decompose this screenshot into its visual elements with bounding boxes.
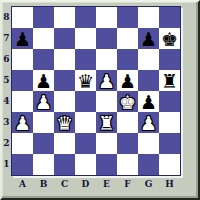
square-d1[interactable]	[75, 154, 96, 175]
square-h2[interactable]	[159, 133, 180, 154]
rank-label-5: 5	[2, 70, 11, 91]
square-d7[interactable]	[75, 28, 96, 49]
square-e7[interactable]	[96, 28, 117, 49]
piece-black-pawn[interactable]: ♟	[12, 28, 33, 49]
piece-white-king[interactable]: ♚	[117, 91, 138, 112]
square-c1[interactable]	[54, 154, 75, 175]
square-h6[interactable]	[159, 49, 180, 70]
rank-label-2: 2	[2, 133, 11, 154]
square-a1[interactable]	[12, 154, 33, 175]
square-f3[interactable]	[117, 112, 138, 133]
square-b4[interactable]: ♟	[33, 91, 54, 112]
piece-black-pawn[interactable]: ♟	[33, 70, 54, 91]
square-g3[interactable]: ♟	[138, 112, 159, 133]
square-f2[interactable]	[117, 133, 138, 154]
square-f7[interactable]	[117, 28, 138, 49]
file-label-b: B	[33, 178, 54, 190]
square-b3[interactable]	[33, 112, 54, 133]
square-c6[interactable]	[54, 49, 75, 70]
square-d4[interactable]	[75, 91, 96, 112]
square-a7[interactable]: ♟	[12, 28, 33, 49]
square-f6[interactable]	[117, 49, 138, 70]
file-label-f: F	[117, 178, 138, 190]
file-label-g: G	[138, 178, 159, 190]
square-f4[interactable]: ♚	[117, 91, 138, 112]
piece-white-pawn[interactable]: ♟	[96, 70, 117, 91]
square-b7[interactable]	[33, 28, 54, 49]
square-h5[interactable]: ♜	[159, 70, 180, 91]
piece-black-pawn[interactable]: ♟	[138, 91, 159, 112]
rank-labels: 87654321	[2, 7, 11, 175]
board-frame: 87654321 ♟♟♚♟♛♟♟♜♟♚♟♟♛♜♟ ABCDEFGH	[0, 0, 200, 200]
rank-label-1: 1	[2, 154, 11, 175]
file-labels: ABCDEFGH	[12, 178, 180, 190]
piece-black-king[interactable]: ♚	[159, 28, 180, 49]
rank-label-3: 3	[2, 112, 11, 133]
file-label-e: E	[96, 178, 117, 190]
piece-black-queen[interactable]: ♛	[75, 70, 96, 91]
square-h1[interactable]	[159, 154, 180, 175]
square-b1[interactable]	[33, 154, 54, 175]
square-c7[interactable]	[54, 28, 75, 49]
square-g1[interactable]	[138, 154, 159, 175]
square-e4[interactable]	[96, 91, 117, 112]
chess-board: ♟♟♚♟♛♟♟♜♟♚♟♟♛♜♟	[11, 6, 181, 176]
square-c2[interactable]	[54, 133, 75, 154]
piece-white-pawn[interactable]: ♟	[138, 112, 159, 133]
square-e3[interactable]: ♜	[96, 112, 117, 133]
square-h3[interactable]	[159, 112, 180, 133]
square-e5[interactable]: ♟	[96, 70, 117, 91]
rank-label-7: 7	[2, 28, 11, 49]
square-b5[interactable]: ♟	[33, 70, 54, 91]
file-label-c: C	[54, 178, 75, 190]
square-g4[interactable]: ♟	[138, 91, 159, 112]
square-a5[interactable]	[12, 70, 33, 91]
file-label-h: H	[159, 178, 180, 190]
rank-label-4: 4	[2, 91, 11, 112]
square-a4[interactable]	[12, 91, 33, 112]
square-d5[interactable]: ♛	[75, 70, 96, 91]
square-e6[interactable]	[96, 49, 117, 70]
square-b8[interactable]	[33, 7, 54, 28]
square-f8[interactable]	[117, 7, 138, 28]
square-c5[interactable]	[54, 70, 75, 91]
file-label-a: A	[12, 178, 33, 190]
rank-label-8: 8	[2, 7, 11, 28]
square-a6[interactable]	[12, 49, 33, 70]
square-g5[interactable]	[138, 70, 159, 91]
square-d2[interactable]	[75, 133, 96, 154]
square-g2[interactable]	[138, 133, 159, 154]
square-c8[interactable]	[54, 7, 75, 28]
piece-white-pawn[interactable]: ♟	[33, 91, 54, 112]
square-a8[interactable]	[12, 7, 33, 28]
piece-white-rook[interactable]: ♜	[96, 112, 117, 133]
square-d6[interactable]	[75, 49, 96, 70]
square-b2[interactable]	[33, 133, 54, 154]
square-d8[interactable]	[75, 7, 96, 28]
square-b6[interactable]	[33, 49, 54, 70]
square-h8[interactable]	[159, 7, 180, 28]
piece-black-rook[interactable]: ♜	[159, 70, 180, 91]
square-h4[interactable]	[159, 91, 180, 112]
piece-white-queen[interactable]: ♛	[54, 112, 75, 133]
square-e8[interactable]	[96, 7, 117, 28]
piece-black-pawn[interactable]: ♟	[117, 70, 138, 91]
piece-white-pawn[interactable]: ♟	[12, 112, 33, 133]
square-f5[interactable]: ♟	[117, 70, 138, 91]
square-c4[interactable]	[54, 91, 75, 112]
square-f1[interactable]	[117, 154, 138, 175]
square-a3[interactable]: ♟	[12, 112, 33, 133]
square-e1[interactable]	[96, 154, 117, 175]
square-g6[interactable]	[138, 49, 159, 70]
square-d3[interactable]	[75, 112, 96, 133]
square-c3[interactable]: ♛	[54, 112, 75, 133]
square-g8[interactable]	[138, 7, 159, 28]
rank-label-6: 6	[2, 49, 11, 70]
square-g7[interactable]: ♟	[138, 28, 159, 49]
square-a2[interactable]	[12, 133, 33, 154]
square-h7[interactable]: ♚	[159, 28, 180, 49]
square-e2[interactable]	[96, 133, 117, 154]
file-label-d: D	[75, 178, 96, 190]
piece-black-pawn[interactable]: ♟	[138, 28, 159, 49]
